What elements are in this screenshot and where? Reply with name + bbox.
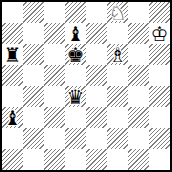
white-bishop-fill: ♝: [107, 44, 128, 65]
square-g1[interactable]: [128, 149, 149, 170]
square-e7[interactable]: [86, 23, 107, 44]
square-f3[interactable]: [107, 107, 128, 128]
square-d6[interactable]: ♚: [65, 44, 86, 65]
square-c7[interactable]: [44, 23, 65, 44]
square-a2[interactable]: [2, 128, 23, 149]
square-c6[interactable]: [44, 44, 65, 65]
square-d3[interactable]: [65, 107, 86, 128]
square-f4[interactable]: [107, 86, 128, 107]
square-d4[interactable]: ♛: [65, 86, 86, 107]
square-h1[interactable]: [149, 149, 170, 170]
square-f7[interactable]: [107, 23, 128, 44]
square-f6[interactable]: ♝♗: [107, 44, 128, 65]
square-g3[interactable]: [128, 107, 149, 128]
square-d5[interactable]: [65, 65, 86, 86]
square-f5[interactable]: [107, 65, 128, 86]
square-d7[interactable]: ♝: [65, 23, 86, 44]
square-e5[interactable]: [86, 65, 107, 86]
black-bishop: ♝: [2, 107, 23, 128]
square-b8[interactable]: [23, 2, 44, 23]
square-c1[interactable]: [44, 149, 65, 170]
black-king: ♚: [65, 44, 86, 65]
square-g6[interactable]: [128, 44, 149, 65]
white-knight: ♘: [107, 2, 128, 23]
square-b4[interactable]: [23, 86, 44, 107]
square-b1[interactable]: [23, 149, 44, 170]
square-a5[interactable]: [2, 65, 23, 86]
square-d2[interactable]: [65, 128, 86, 149]
square-e6[interactable]: [86, 44, 107, 65]
square-d1[interactable]: [65, 149, 86, 170]
black-queen: ♛: [65, 86, 86, 107]
black-rook: ♜: [2, 44, 23, 65]
square-b6[interactable]: [23, 44, 44, 65]
square-a6[interactable]: ♜: [2, 44, 23, 65]
white-knight-fill: ♞: [107, 2, 128, 23]
square-g7[interactable]: [128, 23, 149, 44]
square-a8[interactable]: [2, 2, 23, 23]
square-e8[interactable]: [86, 2, 107, 23]
square-h4[interactable]: [149, 86, 170, 107]
square-g8[interactable]: [128, 2, 149, 23]
square-f8[interactable]: ♞♘: [107, 2, 128, 23]
black-bishop: ♝: [65, 23, 86, 44]
square-h3[interactable]: [149, 107, 170, 128]
square-b3[interactable]: [23, 107, 44, 128]
square-c4[interactable]: [44, 86, 65, 107]
white-king-fill: ♚: [149, 23, 170, 44]
square-g5[interactable]: [128, 65, 149, 86]
square-d8[interactable]: [65, 2, 86, 23]
square-e4[interactable]: [86, 86, 107, 107]
square-c2[interactable]: [44, 128, 65, 149]
square-e3[interactable]: [86, 107, 107, 128]
square-g2[interactable]: [128, 128, 149, 149]
square-h2[interactable]: [149, 128, 170, 149]
square-c8[interactable]: [44, 2, 65, 23]
square-a7[interactable]: [2, 23, 23, 44]
square-e1[interactable]: [86, 149, 107, 170]
square-h8[interactable]: [149, 2, 170, 23]
square-f1[interactable]: [107, 149, 128, 170]
square-g4[interactable]: [128, 86, 149, 107]
square-a1[interactable]: [2, 149, 23, 170]
chess-board: ♞♘♝♚♔♜♚♝♗♛♝: [0, 0, 172, 172]
square-e2[interactable]: [86, 128, 107, 149]
square-c5[interactable]: [44, 65, 65, 86]
square-b2[interactable]: [23, 128, 44, 149]
square-a3[interactable]: ♝: [2, 107, 23, 128]
square-h7[interactable]: ♚♔: [149, 23, 170, 44]
white-bishop: ♗: [107, 44, 128, 65]
square-b5[interactable]: [23, 65, 44, 86]
square-f2[interactable]: [107, 128, 128, 149]
square-b7[interactable]: [23, 23, 44, 44]
white-king: ♔: [149, 23, 170, 44]
square-h6[interactable]: [149, 44, 170, 65]
chess-diagram: ♞♘♝♚♔♜♚♝♗♛♝: [0, 0, 172, 172]
square-c3[interactable]: [44, 107, 65, 128]
square-a4[interactable]: [2, 86, 23, 107]
square-h5[interactable]: [149, 65, 170, 86]
